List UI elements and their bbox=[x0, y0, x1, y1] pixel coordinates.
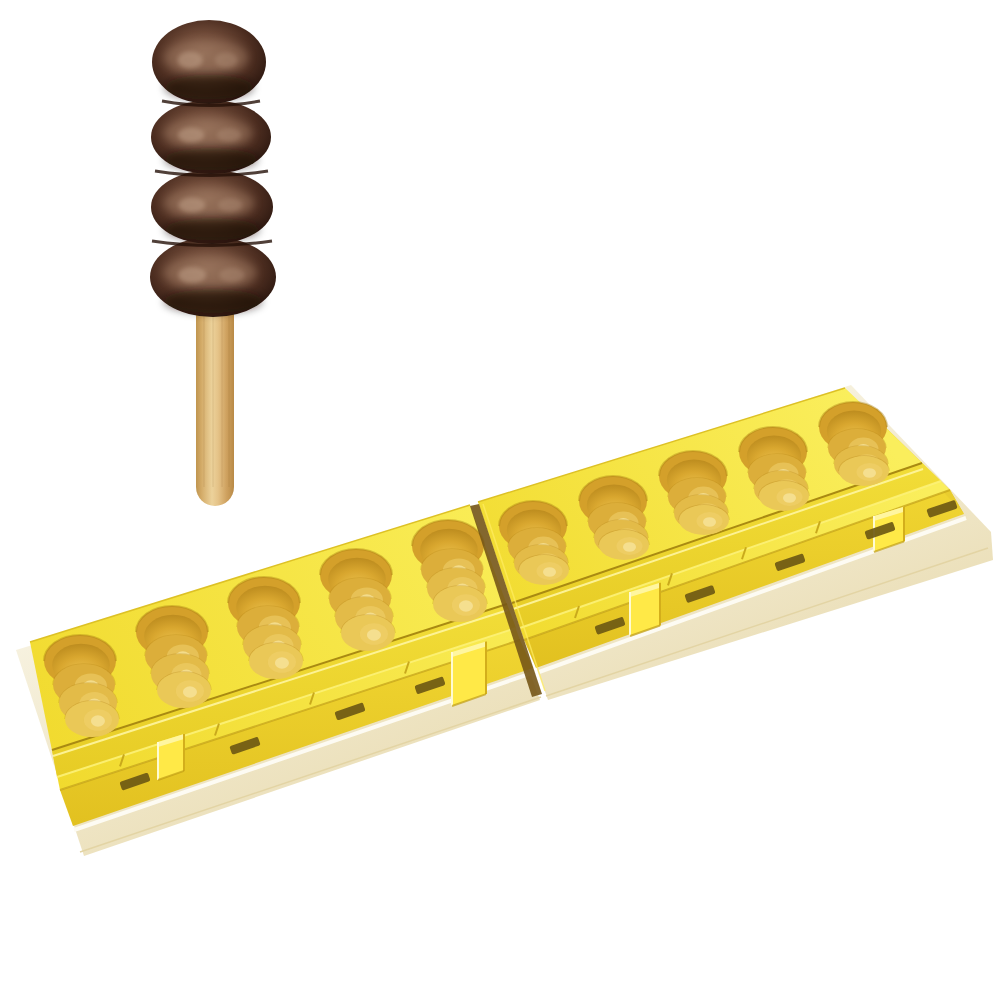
cavity-lobe-gloss bbox=[863, 468, 876, 478]
ball-shadow bbox=[164, 218, 259, 240]
cavity-lobe-gloss bbox=[703, 517, 716, 527]
ball-gloss-spot bbox=[218, 198, 242, 211]
scene-svg bbox=[0, 0, 1000, 1000]
cavity-lobe-gloss bbox=[459, 600, 473, 612]
divider-fin bbox=[452, 641, 486, 706]
popsicle-stick bbox=[196, 308, 234, 506]
ball-gloss-spot bbox=[178, 52, 203, 69]
divider-fin bbox=[630, 583, 660, 636]
cavity-lobe-gloss bbox=[183, 686, 197, 698]
chocolate-ball bbox=[150, 237, 276, 317]
ball-gloss-spot bbox=[178, 267, 206, 283]
cavity-lobe-gloss bbox=[543, 567, 556, 577]
ball-shadow bbox=[164, 289, 262, 313]
cavity-lobe-gloss bbox=[275, 657, 289, 669]
cavity-lobe-gloss bbox=[91, 715, 105, 727]
ball-shadow bbox=[165, 75, 254, 100]
chocolate-ball bbox=[151, 100, 271, 174]
ball-gloss-spot bbox=[178, 128, 204, 143]
cavity-lobe-gloss bbox=[783, 493, 796, 503]
silicone-mold bbox=[16, 385, 993, 856]
ball-gloss-spot bbox=[215, 52, 238, 67]
ball-gloss-spot bbox=[178, 198, 205, 213]
cavity-lobe-gloss bbox=[367, 629, 381, 641]
ball-gloss-spot bbox=[217, 128, 241, 141]
chocolate-ball bbox=[152, 20, 266, 104]
ball-shadow bbox=[164, 148, 258, 170]
cavity-lobe-gloss bbox=[623, 542, 636, 552]
chocolate-popsicle bbox=[150, 20, 276, 506]
ball-gloss-spot bbox=[219, 268, 244, 282]
chocolate-ball bbox=[151, 170, 273, 244]
divider-fin bbox=[158, 734, 184, 780]
product-image bbox=[0, 0, 1000, 1000]
